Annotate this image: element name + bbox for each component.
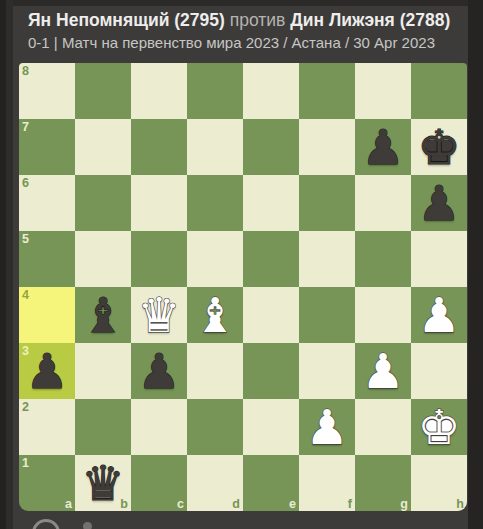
rank-label-3: 3 [22,344,29,358]
file-label-a: a [65,497,72,511]
piece-black-pawn[interactable]: ♟ [131,343,187,399]
square-d5[interactable] [187,231,243,287]
square-e8[interactable] [243,63,299,119]
square-d8[interactable] [187,63,243,119]
square-a1[interactable]: 1a [19,455,75,511]
square-c4[interactable]: ♛ [131,287,187,343]
piece-white-queen[interactable]: ♛ [131,287,187,343]
square-b4[interactable]: ♝ [75,287,131,343]
square-c3[interactable]: ♟ [131,343,187,399]
square-e6[interactable] [243,175,299,231]
square-g6[interactable] [355,175,411,231]
square-f4[interactable] [299,287,355,343]
square-a4[interactable]: 4 [19,287,75,343]
square-b8[interactable] [75,63,131,119]
square-c1[interactable]: c [131,455,187,511]
square-g4[interactable] [355,287,411,343]
square-h7[interactable]: ♚ [411,119,467,175]
square-d2[interactable] [187,399,243,455]
file-label-f: f [348,497,352,511]
square-d4[interactable]: ♝ [187,287,243,343]
square-b7[interactable] [75,119,131,175]
square-f7[interactable] [299,119,355,175]
file-label-b: b [120,497,128,511]
square-g7[interactable]: ♟ [355,119,411,175]
rank-label-4: 4 [22,288,29,302]
square-h1[interactable]: h [411,455,467,511]
square-c6[interactable] [131,175,187,231]
square-b3[interactable] [75,343,131,399]
square-a6[interactable]: 6 [19,175,75,231]
versus-text: против [230,10,286,30]
cropped-circle-icon[interactable] [32,519,60,529]
cropped-piece-icon[interactable] [83,522,92,529]
piece-black-king[interactable]: ♚ [411,119,467,175]
square-c5[interactable] [131,231,187,287]
square-h8[interactable] [411,63,467,119]
black-player-name: Дин Лижэня (2788) [290,10,450,30]
rank-label-5: 5 [22,232,29,246]
square-a8[interactable]: 8 [19,63,75,119]
rank-label-8: 8 [22,64,29,78]
piece-white-king[interactable]: ♚ [411,399,467,455]
match-subtitle: 0-1 | Матч на первенство мира 2023 / Аст… [28,33,468,53]
square-a5[interactable]: 5 [19,231,75,287]
rank-label-2: 2 [22,400,29,414]
square-h6[interactable]: ♟ [411,175,467,231]
piece-white-bishop[interactable]: ♝ [187,287,243,343]
square-h2[interactable]: ♚ [411,399,467,455]
square-e3[interactable] [243,343,299,399]
square-d7[interactable] [187,119,243,175]
square-g2[interactable] [355,399,411,455]
top-edge [13,0,483,6]
square-e7[interactable] [243,119,299,175]
square-f2[interactable]: ♟ [299,399,355,455]
square-g3[interactable]: ♟ [355,343,411,399]
square-f6[interactable] [299,175,355,231]
square-b1[interactable]: b♛ [75,455,131,511]
piece-white-pawn[interactable]: ♟ [355,343,411,399]
square-c8[interactable] [131,63,187,119]
square-a3[interactable]: 3♟ [19,343,75,399]
left-edge-inner [6,0,13,529]
square-h4[interactable]: ♟ [411,287,467,343]
piece-black-bishop[interactable]: ♝ [75,287,131,343]
square-g8[interactable] [355,63,411,119]
white-player-name: Ян Непомнящий (2795) [28,10,225,30]
file-label-e: e [289,497,296,511]
piece-black-pawn[interactable]: ♟ [355,119,411,175]
square-f3[interactable] [299,343,355,399]
square-e1[interactable]: e [243,455,299,511]
square-f5[interactable] [299,231,355,287]
square-b5[interactable] [75,231,131,287]
square-d1[interactable]: d [187,455,243,511]
square-a2[interactable]: 2 [19,399,75,455]
file-label-g: g [400,497,408,511]
file-label-c: c [177,497,184,511]
right-edge [468,0,483,529]
square-f1[interactable]: f [299,455,355,511]
piece-black-pawn[interactable]: ♟ [411,175,467,231]
square-f8[interactable] [299,63,355,119]
square-b2[interactable] [75,399,131,455]
square-a7[interactable]: 7 [19,119,75,175]
square-d6[interactable] [187,175,243,231]
piece-white-pawn[interactable]: ♟ [299,399,355,455]
header: Ян Непомнящий (2795) против Дин Лижэня (… [28,8,468,53]
square-e2[interactable] [243,399,299,455]
square-d3[interactable] [187,343,243,399]
square-c7[interactable] [131,119,187,175]
square-h3[interactable] [411,343,467,399]
chess-board[interactable]: 87♟♚6♟54♝♛♝♟3♟♟♟2♟♚1ab♛cdefgh [19,63,467,511]
piece-white-pawn[interactable]: ♟ [411,287,467,343]
square-g1[interactable]: g [355,455,411,511]
rank-label-7: 7 [22,120,29,134]
square-h5[interactable] [411,231,467,287]
square-e5[interactable] [243,231,299,287]
rank-label-6: 6 [22,176,29,190]
square-b6[interactable] [75,175,131,231]
square-g5[interactable] [355,231,411,287]
square-c2[interactable] [131,399,187,455]
file-label-d: d [232,497,240,511]
square-e4[interactable] [243,287,299,343]
match-title: Ян Непомнящий (2795) против Дин Лижэня (… [28,8,468,32]
rank-label-1: 1 [22,456,29,470]
file-label-h: h [456,497,464,511]
